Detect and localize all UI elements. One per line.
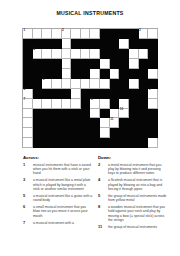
grid-cell[interactable] <box>90 49 100 59</box>
black-cell <box>33 128 43 138</box>
grid-cell[interactable] <box>23 138 33 148</box>
black-cell <box>119 69 129 79</box>
black-cell <box>71 59 81 69</box>
clue-text: a musical instrument like a metal plate … <box>33 178 93 190</box>
grid-cell[interactable] <box>71 99 81 109</box>
black-cell <box>100 109 110 119</box>
black-cell <box>139 59 149 69</box>
black-cell <box>62 138 72 148</box>
black-cell <box>129 109 139 119</box>
black-cell <box>81 59 91 69</box>
across-header: Across: <box>23 155 93 160</box>
black-cell <box>62 89 72 99</box>
grid-cell[interactable] <box>90 79 100 89</box>
black-cell <box>62 128 72 138</box>
black-cell <box>81 138 91 148</box>
black-cell <box>33 118 43 128</box>
grid-cell[interactable] <box>90 69 100 79</box>
black-cell <box>148 49 158 59</box>
black-cell <box>100 29 110 39</box>
grid-cell[interactable] <box>129 49 139 59</box>
black-cell <box>110 29 120 39</box>
black-cell <box>52 39 62 49</box>
grid-cell[interactable] <box>62 49 72 59</box>
black-cell <box>119 89 129 99</box>
cell-number: 10 <box>120 108 123 111</box>
cell-number: 9 <box>149 88 151 91</box>
grid-cell[interactable] <box>62 59 72 69</box>
black-cell <box>52 118 62 128</box>
grid-cell[interactable] <box>52 29 62 39</box>
black-cell <box>71 109 81 119</box>
black-cell <box>119 59 129 69</box>
cell-number: 11 <box>110 118 113 121</box>
black-cell <box>90 128 100 138</box>
grid-cell[interactable] <box>90 109 100 119</box>
grid-cell[interactable] <box>129 59 139 69</box>
grid-cell[interactable] <box>62 99 72 109</box>
black-cell <box>110 79 120 89</box>
black-cell <box>90 118 100 128</box>
grid-cell[interactable] <box>33 29 43 39</box>
black-cell <box>33 138 43 148</box>
black-cell <box>119 49 129 59</box>
grid-cell[interactable] <box>71 29 81 39</box>
black-cell <box>71 118 81 128</box>
black-cell <box>139 138 149 148</box>
grid-cell[interactable] <box>52 79 62 89</box>
clue-number: 11 <box>98 225 108 229</box>
black-cell <box>42 89 52 99</box>
grid-cell[interactable] <box>148 138 158 148</box>
black-cell <box>129 128 139 138</box>
grid-cell[interactable]: 10 <box>119 109 129 119</box>
clue-number: 8 <box>98 205 108 221</box>
black-cell <box>148 109 158 119</box>
cell-number: 1 <box>24 29 26 32</box>
black-cell <box>129 99 139 109</box>
cell-number: 7 <box>24 98 26 101</box>
grid-cell[interactable]: 8 <box>90 99 100 109</box>
black-cell <box>42 128 52 138</box>
down-clues-section: Down: 2a metal musical instrument that y… <box>98 155 168 232</box>
grid-cell[interactable] <box>100 59 110 69</box>
clue-text: a musical instrument like a guitar with … <box>33 194 93 202</box>
cell-number: 4 <box>33 48 35 51</box>
black-cell <box>110 49 120 59</box>
grid-cell[interactable] <box>33 99 43 109</box>
grid-cell[interactable] <box>62 39 72 49</box>
clue-number: 4 <box>98 178 108 190</box>
black-cell <box>81 109 91 119</box>
black-cell <box>23 39 33 49</box>
black-cell <box>81 128 91 138</box>
grid-cell[interactable] <box>23 118 33 128</box>
down-clue-list: 2a metal musical instrument that you pla… <box>98 163 168 229</box>
clue-number: 5 <box>23 194 33 202</box>
grid-cell[interactable] <box>129 79 139 89</box>
black-cell <box>148 128 158 138</box>
grid-cell[interactable] <box>23 109 33 119</box>
clue-item: 11the group of musical instruments <box>98 225 168 229</box>
black-cell <box>100 39 110 49</box>
black-cell <box>62 109 72 119</box>
black-cell <box>33 69 43 79</box>
grid-cell[interactable] <box>100 118 110 128</box>
black-cell <box>100 69 110 79</box>
clue-number: 3 <box>23 178 33 190</box>
cell-number: 6 <box>24 88 26 91</box>
black-cell <box>33 89 43 99</box>
crossword-grid: 1234569781011 <box>22 28 158 148</box>
black-cell <box>90 39 100 49</box>
cell-number: 3 <box>139 29 141 32</box>
grid-cell[interactable]: 9 <box>148 89 158 99</box>
clue-text: the group of musical instruments made fr… <box>108 194 168 202</box>
black-cell <box>71 69 81 79</box>
black-cell <box>33 59 43 69</box>
clue-item: 4a Scottish musical instrument that is p… <box>98 178 168 190</box>
black-cell <box>52 138 62 148</box>
black-cell <box>119 118 129 128</box>
cell-number: 2 <box>62 29 64 32</box>
black-cell <box>90 59 100 69</box>
grid-cell[interactable] <box>139 49 149 59</box>
black-cell <box>71 39 81 49</box>
page-title: MUSICAL INSTRUMENTS <box>0 10 180 16</box>
across-clues-section: Across: 1musical instruments that have a… <box>23 155 93 228</box>
clue-text: a wooden musical instrument that you hol… <box>108 205 168 221</box>
black-cell <box>129 39 139 49</box>
black-cell <box>119 138 129 148</box>
black-cell <box>110 138 120 148</box>
grid-cell[interactable] <box>148 99 158 109</box>
black-cell <box>52 128 62 138</box>
black-cell <box>33 109 43 119</box>
black-cell <box>110 89 120 99</box>
black-cell <box>42 138 52 148</box>
grid-cell[interactable] <box>90 29 100 39</box>
black-cell <box>129 138 139 148</box>
black-cell <box>139 99 149 109</box>
black-cell <box>139 118 149 128</box>
black-cell <box>129 69 139 79</box>
black-cell <box>100 138 110 148</box>
black-cell <box>110 99 120 109</box>
grid-cell[interactable] <box>100 99 110 109</box>
grid-cell[interactable] <box>110 69 120 79</box>
grid-cell[interactable] <box>71 79 81 89</box>
black-cell <box>52 69 62 79</box>
grid-cell[interactable] <box>62 69 72 79</box>
black-cell <box>139 39 149 49</box>
black-cell <box>139 79 149 89</box>
black-cell <box>129 29 139 39</box>
black-cell <box>139 109 149 119</box>
black-cell <box>110 59 120 69</box>
black-cell <box>100 89 110 99</box>
cell-number: 5 <box>43 78 45 81</box>
clue-item: 5a musical instrument like a guitar with… <box>23 194 93 202</box>
black-cell <box>81 69 91 79</box>
black-cell <box>90 138 100 148</box>
clue-number: 7 <box>23 221 33 225</box>
clue-item: 3a musical instrument like a metal plate… <box>23 178 93 190</box>
grid-cell[interactable] <box>42 29 52 39</box>
black-cell <box>110 39 120 49</box>
black-cell <box>52 109 62 119</box>
grid-cell[interactable] <box>148 69 158 79</box>
black-cell <box>139 89 149 99</box>
across-clue-list: 1musical instruments that have a sound w… <box>23 163 93 225</box>
clue-item: 6a small musical instrument that you blo… <box>23 205 93 217</box>
grid-cell[interactable] <box>71 49 81 59</box>
clue-number: 6 <box>23 205 33 217</box>
clue-text: a metal musical instrument that you play… <box>108 163 168 175</box>
grid-cell[interactable]: 3 <box>139 29 149 39</box>
down-header: Down: <box>98 155 168 160</box>
grid-cell[interactable] <box>81 49 91 59</box>
black-cell <box>42 118 52 128</box>
clue-item: 1musical instruments that have a sound w… <box>23 163 93 175</box>
black-cell <box>100 49 110 59</box>
grid-cell[interactable] <box>62 79 72 89</box>
grid-cell[interactable]: 7 <box>23 99 33 109</box>
grid-cell[interactable] <box>148 29 158 39</box>
clue-text: musical instruments that have a sound wh… <box>33 163 93 175</box>
black-cell <box>23 59 33 69</box>
black-cell <box>119 79 129 89</box>
grid-cell[interactable]: 5 <box>42 79 52 89</box>
clue-item: 5the group of musical instruments made f… <box>98 194 168 202</box>
black-cell <box>148 118 158 128</box>
black-cell <box>81 89 91 99</box>
grid-cell[interactable] <box>100 79 110 89</box>
black-cell <box>42 109 52 119</box>
grid-cell[interactable] <box>42 99 52 109</box>
black-cell <box>119 128 129 138</box>
grid-cell[interactable]: 11 <box>110 118 120 128</box>
black-cell <box>71 138 81 148</box>
black-cell <box>42 39 52 49</box>
grid-cell[interactable] <box>100 128 110 138</box>
grid-cell[interactable] <box>52 99 62 109</box>
grid-cell[interactable] <box>119 39 129 49</box>
clue-text: a musical instrument with a <box>33 221 93 225</box>
black-cell <box>52 59 62 69</box>
black-cell <box>52 89 62 99</box>
worksheet-page: MUSICAL INSTRUMENTS 1234569781011 Across… <box>0 0 180 256</box>
black-cell <box>129 118 139 128</box>
grid-cell[interactable] <box>23 128 33 138</box>
clue-number: 1 <box>23 163 33 175</box>
black-cell <box>81 39 91 49</box>
black-cell <box>42 59 52 69</box>
grid-cell[interactable] <box>81 29 91 39</box>
black-cell <box>139 69 149 79</box>
grid-cell[interactable]: 1 <box>23 29 33 39</box>
black-cell <box>129 89 139 99</box>
black-cell <box>23 49 33 59</box>
black-cell <box>62 118 72 128</box>
cell-number: 8 <box>91 98 93 101</box>
clue-item: 7a musical instrument with a <box>23 221 93 225</box>
black-cell <box>119 29 129 39</box>
black-cell <box>148 39 158 49</box>
black-cell <box>110 128 120 138</box>
grid-cell[interactable]: 4 <box>33 49 43 59</box>
black-cell <box>148 59 158 69</box>
clue-number: 5 <box>98 194 108 202</box>
black-cell <box>23 69 33 79</box>
grid-cell[interactable] <box>42 49 52 59</box>
grid-cell[interactable] <box>81 79 91 89</box>
clue-item: 8a wooden musical instrument that you ho… <box>98 205 168 221</box>
black-cell <box>139 128 149 138</box>
grid-cell[interactable]: 2 <box>62 29 72 39</box>
clue-text: the group of musical instruments <box>108 225 168 229</box>
black-cell <box>71 128 81 138</box>
black-cell <box>81 118 91 128</box>
black-cell <box>33 79 43 89</box>
clue-text: a Scottish musical instrument that is pl… <box>108 178 168 190</box>
clue-item: 2a metal musical instrument that you pla… <box>98 163 168 175</box>
clue-number: 2 <box>98 163 108 175</box>
clue-text: a small musical instrument that you blow… <box>33 205 93 217</box>
black-cell <box>81 99 91 109</box>
grid-cell[interactable] <box>52 49 62 59</box>
grid-cell[interactable] <box>71 89 81 99</box>
